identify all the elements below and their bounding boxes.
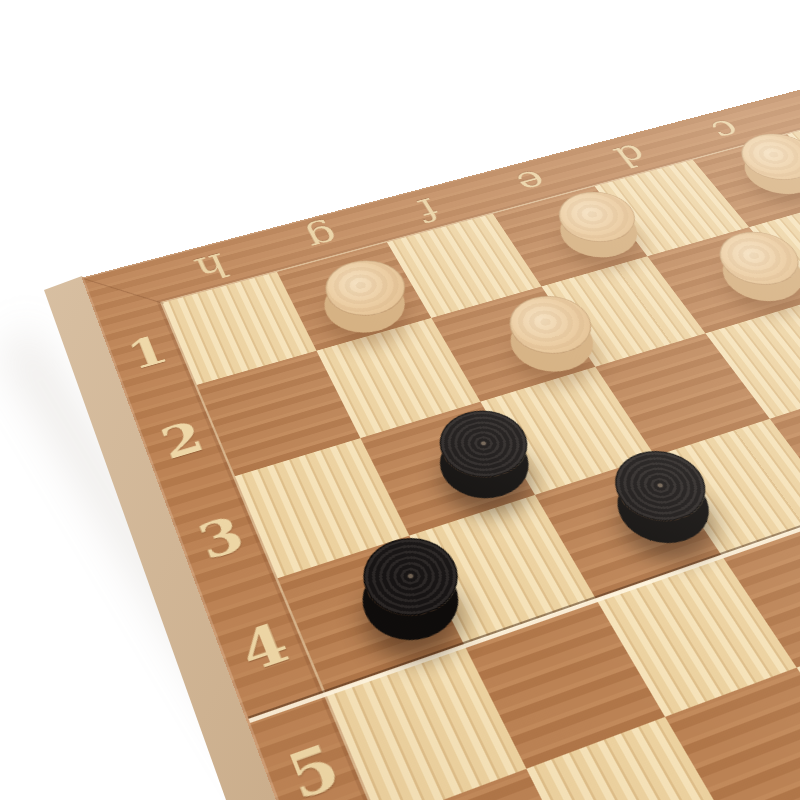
border-miter-joint (84, 278, 164, 303)
file-letter: d (606, 138, 655, 174)
rank-number: 2 (154, 411, 211, 469)
rank-number: 1 (121, 326, 174, 378)
file-letter: b (793, 89, 800, 123)
product-photo-scene: hgfedcba 12345678 (0, 0, 800, 800)
rank-number: 3 (190, 505, 251, 570)
rank-number: 4 (231, 610, 297, 683)
file-letter: g (299, 218, 345, 259)
file-letter: h (189, 246, 234, 288)
file-letter: c (703, 113, 749, 147)
file-letter: e (509, 164, 555, 201)
file-letter: f (411, 191, 447, 227)
rank-number: 5 (278, 730, 349, 800)
